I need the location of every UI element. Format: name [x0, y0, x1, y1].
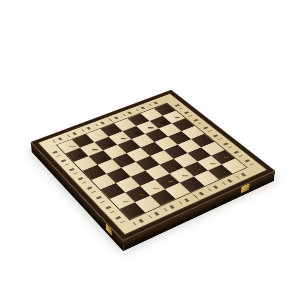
square-a7[interactable]: ♟ [65, 148, 88, 162]
square-a1[interactable]: ♜ [120, 202, 146, 219]
white-rook[interactable]: ♜ [108, 178, 157, 215]
black-pawn[interactable]: ♟ [55, 132, 100, 159]
chess-board-box: ♜♞♝♛♚♝♞♜♟♟♟♟♟♟♟♟♟♟♟♟♟♟♟♟♜♞♝♛♚♝♞♜ [31, 90, 275, 241]
brass-clasp [106, 223, 112, 236]
brass-hinge [241, 183, 250, 193]
board-frame: ♜♞♝♛♚♝♞♜♟♟♟♟♟♟♟♟♟♟♟♟♟♟♟♟♜♞♝♛♚♝♞♜ [37, 93, 268, 235]
product-photo-scene: ♜♞♝♛♚♝♞♜♟♟♟♟♟♟♟♟♟♟♟♟♟♟♟♟♜♞♝♛♚♝♞♜ [0, 0, 300, 300]
